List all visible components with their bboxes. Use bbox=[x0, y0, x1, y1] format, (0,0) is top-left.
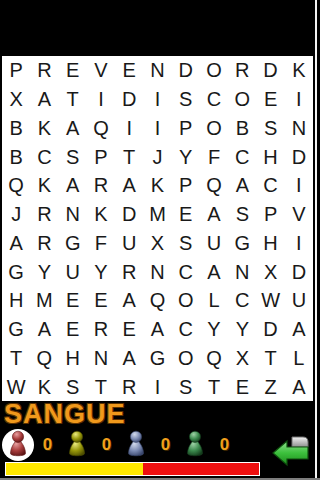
grid-cell[interactable]: T bbox=[200, 372, 228, 401]
grid-cell[interactable]: X bbox=[2, 85, 30, 114]
grid-cell[interactable]: O bbox=[200, 56, 228, 85]
grid-cell[interactable]: N bbox=[228, 257, 256, 286]
grid-cell[interactable]: D bbox=[115, 85, 143, 114]
grid-cell[interactable]: N bbox=[87, 344, 115, 373]
grid-cell[interactable]: U bbox=[285, 286, 313, 315]
grid-cell[interactable]: K bbox=[30, 171, 58, 200]
grid-cell[interactable]: H bbox=[256, 142, 284, 171]
pawn-icon bbox=[184, 430, 206, 460]
player-green-pawn: 0 bbox=[179, 429, 238, 461]
scrollbar bbox=[315, 0, 317, 478]
grid-cell[interactable]: B bbox=[2, 142, 30, 171]
grid-cell[interactable]: W bbox=[2, 372, 30, 401]
grid-cell[interactable]: D bbox=[172, 56, 200, 85]
grid-cell[interactable]: A bbox=[30, 85, 58, 114]
grid-cell[interactable]: T bbox=[2, 344, 30, 373]
grid-cell[interactable]: H bbox=[59, 344, 87, 373]
grid-cell[interactable]: I bbox=[285, 171, 313, 200]
grid-cell[interactable]: O bbox=[200, 114, 228, 143]
grid-cell[interactable]: C bbox=[228, 286, 256, 315]
grid-cell[interactable]: V bbox=[285, 200, 313, 229]
grid-cell[interactable]: K bbox=[87, 200, 115, 229]
grid-cell[interactable]: P bbox=[2, 56, 30, 85]
grid-cell[interactable]: D bbox=[285, 142, 313, 171]
grid-cell[interactable]: A bbox=[200, 257, 228, 286]
grid-cell[interactable]: E bbox=[256, 85, 284, 114]
grid-cell[interactable]: N bbox=[143, 257, 171, 286]
grid-cell[interactable]: R bbox=[87, 171, 115, 200]
grid-cell[interactable]: L bbox=[200, 286, 228, 315]
grid-cell[interactable]: U bbox=[115, 229, 143, 258]
grid-cell[interactable]: D bbox=[115, 200, 143, 229]
grid-cell[interactable]: Y bbox=[228, 315, 256, 344]
grid-cell[interactable]: M bbox=[30, 286, 58, 315]
pawn-icon bbox=[7, 430, 29, 460]
grid-cell[interactable]: F bbox=[200, 142, 228, 171]
player-score: 0 bbox=[34, 435, 61, 455]
grid-cell[interactable]: H bbox=[256, 229, 284, 258]
grid-cell[interactable]: Y bbox=[172, 142, 200, 171]
grid-cell[interactable]: A bbox=[59, 171, 87, 200]
grid-cell[interactable]: G bbox=[143, 344, 171, 373]
grid-cell[interactable]: C bbox=[172, 315, 200, 344]
grid-cell[interactable]: A bbox=[285, 315, 313, 344]
grid-cell[interactable]: X bbox=[228, 344, 256, 373]
grid-cell[interactable]: D bbox=[256, 56, 284, 85]
timer-fill bbox=[6, 463, 143, 475]
grid-cell[interactable]: J bbox=[2, 200, 30, 229]
grid-cell[interactable]: R bbox=[30, 56, 58, 85]
grid-cell[interactable]: A bbox=[2, 229, 30, 258]
grid-cell[interactable]: K bbox=[30, 114, 58, 143]
grid-cell[interactable]: X bbox=[256, 257, 284, 286]
grid-cell[interactable]: I bbox=[285, 85, 313, 114]
grid-cell[interactable]: S bbox=[172, 372, 200, 401]
grid-cell[interactable]: P bbox=[256, 200, 284, 229]
grid-cell[interactable]: Q bbox=[87, 114, 115, 143]
grid-cell[interactable]: I bbox=[143, 85, 171, 114]
grid-cell[interactable]: B bbox=[2, 114, 30, 143]
grid-cell[interactable]: S bbox=[256, 114, 284, 143]
grid-cell[interactable]: K bbox=[30, 372, 58, 401]
grid-cell[interactable]: T bbox=[87, 372, 115, 401]
scoreboard: 0000 bbox=[2, 428, 264, 462]
grid-cell[interactable]: G bbox=[59, 229, 87, 258]
grid-cell[interactable]: A bbox=[59, 114, 87, 143]
grid-cell[interactable]: W bbox=[256, 286, 284, 315]
grid-cell[interactable]: P bbox=[172, 171, 200, 200]
pawn-icon bbox=[125, 430, 147, 460]
grid-cell[interactable]: G bbox=[228, 229, 256, 258]
back-arrow-button[interactable] bbox=[270, 434, 312, 468]
grid-cell[interactable]: P bbox=[87, 142, 115, 171]
pawn-slot bbox=[120, 429, 152, 461]
grid-cell[interactable]: S bbox=[172, 85, 200, 114]
pawn-slot bbox=[179, 429, 211, 461]
grid-cell[interactable]: E bbox=[172, 200, 200, 229]
grid-cell[interactable]: R bbox=[115, 372, 143, 401]
grid-cell[interactable]: I bbox=[143, 114, 171, 143]
grid-cell[interactable]: S bbox=[172, 229, 200, 258]
grid-cell[interactable]: Y bbox=[87, 257, 115, 286]
grid-cell[interactable]: Q bbox=[200, 171, 228, 200]
grid-cell[interactable]: J bbox=[143, 142, 171, 171]
grid-cell[interactable]: E bbox=[59, 286, 87, 315]
grid-cell[interactable]: E bbox=[87, 286, 115, 315]
grid-cell[interactable]: O bbox=[172, 344, 200, 373]
grid-cell[interactable]: Q bbox=[30, 344, 58, 373]
grid-cell[interactable]: A bbox=[30, 315, 58, 344]
grid-cell[interactable]: X bbox=[143, 229, 171, 258]
grid-cell[interactable]: O bbox=[228, 85, 256, 114]
grid-cell[interactable]: C bbox=[30, 142, 58, 171]
grid-cell[interactable]: I bbox=[285, 229, 313, 258]
grid-cell[interactable]: T bbox=[115, 142, 143, 171]
pawn-slot bbox=[61, 429, 93, 461]
grid-cell[interactable]: A bbox=[115, 344, 143, 373]
grid-cell[interactable]: A bbox=[143, 315, 171, 344]
grid-cell[interactable]: R bbox=[115, 257, 143, 286]
grid-cell[interactable]: T bbox=[256, 344, 284, 373]
grid-cell[interactable]: P bbox=[172, 114, 200, 143]
grid-cell[interactable]: N bbox=[285, 114, 313, 143]
grid-cell[interactable]: Q bbox=[200, 344, 228, 373]
grid-cell[interactable]: S bbox=[59, 372, 87, 401]
grid-cell[interactable]: Q bbox=[2, 171, 30, 200]
grid-cell[interactable]: A bbox=[115, 171, 143, 200]
grid-cell[interactable]: A bbox=[228, 171, 256, 200]
grid-cell[interactable]: V bbox=[87, 56, 115, 85]
grid-cell[interactable]: U bbox=[200, 229, 228, 258]
grid-cell[interactable]: R bbox=[30, 229, 58, 258]
player-score: 0 bbox=[211, 435, 238, 455]
grid-cell[interactable]: B bbox=[228, 114, 256, 143]
active-player-highlight bbox=[2, 429, 34, 461]
game-screen: PREVENDORDKXATIDISCOEIBKAQIIPOBSNBCSPTJY… bbox=[0, 0, 320, 480]
grid-cell[interactable]: E bbox=[59, 56, 87, 85]
grid-cell[interactable]: A bbox=[115, 286, 143, 315]
grid-cell[interactable]: C bbox=[200, 85, 228, 114]
grid-cell[interactable]: R bbox=[30, 200, 58, 229]
grid-cell[interactable]: E bbox=[115, 56, 143, 85]
grid-cell[interactable]: N bbox=[59, 200, 87, 229]
grid-cell[interactable]: A bbox=[200, 200, 228, 229]
target-word: SANGUE bbox=[4, 399, 126, 430]
grid-cell[interactable]: S bbox=[228, 200, 256, 229]
player-blue-pawn: 0 bbox=[120, 429, 179, 461]
grid-cell[interactable]: K bbox=[143, 171, 171, 200]
word-search-grid: PREVENDORDKXATIDISCOEIBKAQIIPOBSNBCSPTJY… bbox=[2, 56, 313, 401]
grid-cell[interactable]: F bbox=[87, 229, 115, 258]
pawn-icon bbox=[66, 430, 88, 460]
grid-cell[interactable]: M bbox=[143, 200, 171, 229]
grid-cell[interactable]: D bbox=[285, 257, 313, 286]
timer-bar bbox=[5, 462, 260, 476]
grid-cell[interactable]: R bbox=[228, 56, 256, 85]
grid-cell[interactable]: I bbox=[143, 372, 171, 401]
player-score: 0 bbox=[152, 435, 179, 455]
grid-cell[interactable]: Z bbox=[256, 372, 284, 401]
player-red-pawn: 0 bbox=[2, 429, 61, 461]
grid-cell[interactable]: K bbox=[285, 56, 313, 85]
grid-cell[interactable]: G bbox=[2, 315, 30, 344]
grid-cell[interactable]: O bbox=[172, 286, 200, 315]
grid-cell[interactable]: U bbox=[59, 257, 87, 286]
grid-cell[interactable]: L bbox=[285, 344, 313, 373]
grid-cell[interactable]: Y bbox=[200, 315, 228, 344]
grid-cell[interactable]: R bbox=[87, 315, 115, 344]
grid-cell[interactable]: C bbox=[172, 257, 200, 286]
grid-cell[interactable]: E bbox=[228, 372, 256, 401]
grid-cell[interactable]: G bbox=[2, 257, 30, 286]
grid-cell[interactable]: Q bbox=[143, 286, 171, 315]
grid-cell[interactable]: A bbox=[285, 372, 313, 401]
grid-cell[interactable]: I bbox=[115, 114, 143, 143]
grid-cell[interactable]: E bbox=[59, 315, 87, 344]
player-score: 0 bbox=[93, 435, 120, 455]
grid-cell[interactable]: D bbox=[256, 315, 284, 344]
grid-cell[interactable]: Y bbox=[30, 257, 58, 286]
grid-cell[interactable]: T bbox=[59, 85, 87, 114]
grid-cell[interactable]: C bbox=[256, 171, 284, 200]
grid-cell[interactable]: C bbox=[228, 142, 256, 171]
grid-cell[interactable]: I bbox=[87, 85, 115, 114]
grid-cell[interactable]: S bbox=[59, 142, 87, 171]
player-yellow-pawn: 0 bbox=[61, 429, 120, 461]
grid-cell[interactable]: E bbox=[115, 315, 143, 344]
grid-cell[interactable]: N bbox=[143, 56, 171, 85]
grid-cell[interactable]: H bbox=[2, 286, 30, 315]
back-arrow-icon bbox=[270, 434, 312, 468]
